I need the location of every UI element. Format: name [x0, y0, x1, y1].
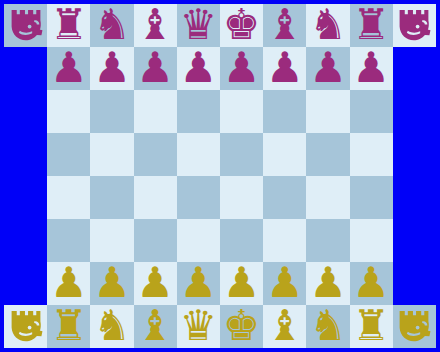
square-a3[interactable]: [47, 219, 90, 262]
knight-in-tower-icon: [395, 7, 433, 44]
frame-border-cell: [4, 262, 47, 305]
piece-black-rook[interactable]: ♜: [352, 4, 390, 46]
square-g8[interactable]: ♞: [306, 4, 349, 47]
piece-black-pawn[interactable]: ♟: [136, 47, 174, 89]
knight-in-tower-icon: [395, 308, 433, 345]
piece-white-pawn[interactable]: ♟: [352, 262, 390, 304]
piece-black-bishop[interactable]: ♝: [266, 4, 304, 46]
square-h3[interactable]: [350, 219, 393, 262]
square-c2[interactable]: ♟: [134, 262, 177, 305]
frame-border-cell: [4, 176, 47, 219]
frame-border-cell: [4, 219, 47, 262]
square-g1[interactable]: ♞: [306, 305, 349, 348]
square-g3[interactable]: [306, 219, 349, 262]
square-b5[interactable]: [90, 133, 133, 176]
piece-white-rook[interactable]: ♜: [50, 305, 88, 347]
frame-border-cell: [4, 90, 47, 133]
piece-white-pawn[interactable]: ♟: [50, 262, 88, 304]
square-h5[interactable]: [350, 133, 393, 176]
frame-border-cell: [393, 176, 436, 219]
piece-black-pawn[interactable]: ♟: [352, 47, 390, 89]
square-e3[interactable]: [220, 219, 263, 262]
square-b6[interactable]: [90, 90, 133, 133]
square-h8[interactable]: ♜: [350, 4, 393, 47]
frame-border-cell: [393, 133, 436, 176]
piece-black-pawn[interactable]: ♟: [180, 47, 218, 89]
square-d4[interactable]: [177, 176, 220, 219]
square-c5[interactable]: [134, 133, 177, 176]
piece-white-bishop[interactable]: ♝: [266, 305, 304, 347]
square-a6[interactable]: [47, 90, 90, 133]
piece-white-pawn[interactable]: ♟: [93, 262, 131, 304]
square-f5[interactable]: [263, 133, 306, 176]
square-d3[interactable]: [177, 219, 220, 262]
chess-board: ♜♞♝♛♚♝♞♜ ♟♟♟♟♟♟♟♟♟♟♟♟♟♟♟♟ ♜♞♝♛♚♝♞♜: [4, 4, 436, 348]
frame-border-cell: [393, 219, 436, 262]
piece-black-pawn[interactable]: ♟: [309, 47, 347, 89]
square-a1[interactable]: ♜: [47, 305, 90, 348]
piece-white-king[interactable]: ♚: [223, 305, 261, 347]
square-e6[interactable]: [220, 90, 263, 133]
piece-white-pawn[interactable]: ♟: [309, 262, 347, 304]
square-d1[interactable]: ♛: [177, 305, 220, 348]
square-e4[interactable]: [220, 176, 263, 219]
piece-white-pawn[interactable]: ♟: [266, 262, 304, 304]
square-d7[interactable]: ♟: [177, 47, 220, 90]
square-a7[interactable]: ♟: [47, 47, 90, 90]
square-b7[interactable]: ♟: [90, 47, 133, 90]
square-b8[interactable]: ♞: [90, 4, 133, 47]
square-g6[interactable]: [306, 90, 349, 133]
piece-black-bishop[interactable]: ♝: [136, 4, 174, 46]
piece-black-king[interactable]: ♚: [223, 4, 261, 46]
square-d5[interactable]: [177, 133, 220, 176]
square-f1[interactable]: ♝: [263, 305, 306, 348]
square-h4[interactable]: [350, 176, 393, 219]
square-h2[interactable]: ♟: [350, 262, 393, 305]
square-f4[interactable]: [263, 176, 306, 219]
square-c3[interactable]: [134, 219, 177, 262]
square-e8[interactable]: ♚: [220, 4, 263, 47]
square-b1[interactable]: ♞: [90, 305, 133, 348]
square-g2[interactable]: ♟: [306, 262, 349, 305]
piece-black-pawn[interactable]: ♟: [50, 47, 88, 89]
knight-in-tower-icon: [7, 308, 45, 345]
corner-logo-top-right: [393, 4, 436, 47]
piece-white-queen[interactable]: ♛: [180, 305, 218, 347]
square-f3[interactable]: [263, 219, 306, 262]
piece-black-knight[interactable]: ♞: [309, 4, 347, 46]
frame-border-cell: [4, 133, 47, 176]
square-c6[interactable]: [134, 90, 177, 133]
square-c7[interactable]: ♟: [134, 47, 177, 90]
square-a5[interactable]: [47, 133, 90, 176]
piece-white-knight[interactable]: ♞: [93, 305, 131, 347]
square-h6[interactable]: [350, 90, 393, 133]
square-g5[interactable]: [306, 133, 349, 176]
square-f7[interactable]: ♟: [263, 47, 306, 90]
square-c4[interactable]: [134, 176, 177, 219]
frame-border-cell: [393, 90, 436, 133]
piece-black-pawn[interactable]: ♟: [266, 47, 304, 89]
square-f2[interactable]: ♟: [263, 262, 306, 305]
piece-white-bishop[interactable]: ♝: [136, 305, 174, 347]
square-f6[interactable]: [263, 90, 306, 133]
square-e5[interactable]: [220, 133, 263, 176]
knight-in-tower-icon: [7, 7, 45, 44]
square-d6[interactable]: [177, 90, 220, 133]
square-d2[interactable]: ♟: [177, 262, 220, 305]
corner-logo-bottom-left: [4, 305, 47, 348]
square-h1[interactable]: ♜: [350, 305, 393, 348]
piece-white-knight[interactable]: ♞: [309, 305, 347, 347]
square-b4[interactable]: [90, 176, 133, 219]
square-e7[interactable]: ♟: [220, 47, 263, 90]
square-e2[interactable]: ♟: [220, 262, 263, 305]
square-a8[interactable]: ♜: [47, 4, 90, 47]
corner-logo-top-left: [4, 4, 47, 47]
square-d8[interactable]: ♛: [177, 4, 220, 47]
square-g4[interactable]: [306, 176, 349, 219]
square-e1[interactable]: ♚: [220, 305, 263, 348]
square-g7[interactable]: ♟: [306, 47, 349, 90]
piece-white-pawn[interactable]: ♟: [136, 262, 174, 304]
piece-white-pawn[interactable]: ♟: [180, 262, 218, 304]
corner-logo-bottom-right: [393, 305, 436, 348]
square-c8[interactable]: ♝: [134, 4, 177, 47]
square-a2[interactable]: ♟: [47, 262, 90, 305]
piece-white-pawn[interactable]: ♟: [223, 262, 261, 304]
square-h7[interactable]: ♟: [350, 47, 393, 90]
square-a4[interactable]: [47, 176, 90, 219]
square-f8[interactable]: ♝: [263, 4, 306, 47]
frame-border-cell: [393, 262, 436, 305]
frame-border-cell: [4, 47, 47, 90]
square-b2[interactable]: ♟: [90, 262, 133, 305]
piece-black-pawn[interactable]: ♟: [223, 47, 261, 89]
piece-black-knight[interactable]: ♞: [93, 4, 131, 46]
piece-black-rook[interactable]: ♜: [50, 4, 88, 46]
piece-white-rook[interactable]: ♜: [352, 305, 390, 347]
square-b3[interactable]: [90, 219, 133, 262]
piece-black-pawn[interactable]: ♟: [93, 47, 131, 89]
piece-black-queen[interactable]: ♛: [180, 4, 218, 46]
frame-border-cell: [393, 47, 436, 90]
square-c1[interactable]: ♝: [134, 305, 177, 348]
